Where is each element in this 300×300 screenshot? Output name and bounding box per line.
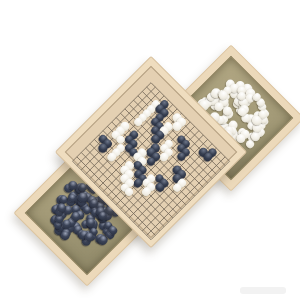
watermark-smudge	[240, 287, 286, 294]
go-set-product-photo	[0, 0, 300, 300]
